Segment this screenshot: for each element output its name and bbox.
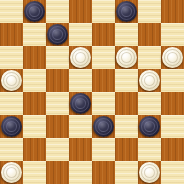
- square-e5[interactable]: [92, 69, 115, 92]
- square-c5[interactable]: [46, 69, 69, 92]
- black-man-b8[interactable]: ⛂: [24, 1, 45, 22]
- square-c6: [46, 46, 69, 69]
- black-man-g3[interactable]: ⛂: [139, 116, 160, 137]
- square-a3[interactable]: ⛂: [0, 115, 23, 138]
- square-c4: [46, 92, 69, 115]
- square-g8: [138, 0, 161, 23]
- square-b2[interactable]: [23, 138, 46, 161]
- square-b4[interactable]: [23, 92, 46, 115]
- square-e6: [92, 46, 115, 69]
- white-man-glyph: ⛀: [116, 47, 117, 48]
- square-d2[interactable]: [69, 138, 92, 161]
- square-g6: [138, 46, 161, 69]
- checkers-board: ⛂⛂⛂⛀⛀⛀⛀⛀⛂⛂⛂⛂⛀⛀: [0, 0, 184, 184]
- square-c8: [46, 0, 69, 23]
- white-man-g5[interactable]: ⛀: [139, 70, 160, 91]
- square-h5: [161, 69, 184, 92]
- square-e3[interactable]: ⛂: [92, 115, 115, 138]
- square-f5: [115, 69, 138, 92]
- white-man-h6[interactable]: ⛀: [162, 47, 183, 68]
- square-h7: [161, 23, 184, 46]
- white-man-glyph: ⛀: [139, 70, 140, 71]
- square-e4: [92, 92, 115, 115]
- square-a5[interactable]: ⛀: [0, 69, 23, 92]
- square-d4[interactable]: ⛂: [69, 92, 92, 115]
- square-g2: [138, 138, 161, 161]
- square-h8[interactable]: [161, 0, 184, 23]
- white-man-a1[interactable]: ⛀: [1, 162, 22, 183]
- white-man-a5[interactable]: ⛀: [1, 70, 22, 91]
- square-f6[interactable]: ⛀: [115, 46, 138, 69]
- square-d6[interactable]: ⛀: [69, 46, 92, 69]
- square-c2: [46, 138, 69, 161]
- square-a2: [0, 138, 23, 161]
- square-c1[interactable]: [46, 161, 69, 184]
- square-b7: [23, 23, 46, 46]
- square-d5: [69, 69, 92, 92]
- white-man-glyph: ⛀: [1, 70, 2, 71]
- square-g1[interactable]: ⛀: [138, 161, 161, 184]
- black-man-f8[interactable]: ⛂: [116, 1, 137, 22]
- square-f8[interactable]: ⛂: [115, 0, 138, 23]
- black-man-glyph: ⛂: [70, 93, 71, 94]
- white-man-g1[interactable]: ⛀: [139, 162, 160, 183]
- square-b1: [23, 161, 46, 184]
- square-f3: [115, 115, 138, 138]
- white-man-f6[interactable]: ⛀: [116, 47, 137, 68]
- square-f2[interactable]: [115, 138, 138, 161]
- black-man-glyph: ⛂: [24, 1, 25, 2]
- square-e1[interactable]: [92, 161, 115, 184]
- square-c3[interactable]: [46, 115, 69, 138]
- black-man-a3[interactable]: ⛂: [1, 116, 22, 137]
- square-d3: [69, 115, 92, 138]
- square-g3[interactable]: ⛂: [138, 115, 161, 138]
- square-b5: [23, 69, 46, 92]
- black-man-glyph: ⛂: [1, 116, 2, 117]
- square-d7: [69, 23, 92, 46]
- square-d8[interactable]: [69, 0, 92, 23]
- square-a7[interactable]: [0, 23, 23, 46]
- square-e8: [92, 0, 115, 23]
- white-man-glyph: ⛀: [139, 162, 140, 163]
- square-c7[interactable]: ⛂: [46, 23, 69, 46]
- square-h3: [161, 115, 184, 138]
- white-man-glyph: ⛀: [70, 47, 71, 48]
- square-a1[interactable]: ⛀: [0, 161, 23, 184]
- white-man-glyph: ⛀: [1, 162, 2, 163]
- black-man-glyph: ⛂: [47, 24, 48, 25]
- square-a6: [0, 46, 23, 69]
- square-b3: [23, 115, 46, 138]
- square-h1: [161, 161, 184, 184]
- black-man-e3[interactable]: ⛂: [93, 116, 114, 137]
- black-man-c7[interactable]: ⛂: [47, 24, 68, 45]
- black-man-d4[interactable]: ⛂: [70, 93, 91, 114]
- white-man-glyph: ⛀: [162, 47, 163, 48]
- square-d1: [69, 161, 92, 184]
- square-h6[interactable]: ⛀: [161, 46, 184, 69]
- square-b8[interactable]: ⛂: [23, 0, 46, 23]
- square-e7[interactable]: [92, 23, 115, 46]
- square-a4: [0, 92, 23, 115]
- square-h2[interactable]: [161, 138, 184, 161]
- black-man-glyph: ⛂: [139, 116, 140, 117]
- square-a8: [0, 0, 23, 23]
- square-g5[interactable]: ⛀: [138, 69, 161, 92]
- square-f4[interactable]: [115, 92, 138, 115]
- square-g4: [138, 92, 161, 115]
- square-g7[interactable]: [138, 23, 161, 46]
- black-man-glyph: ⛂: [93, 116, 94, 117]
- white-man-d6[interactable]: ⛀: [70, 47, 91, 68]
- square-h4[interactable]: [161, 92, 184, 115]
- square-e2: [92, 138, 115, 161]
- black-man-glyph: ⛂: [116, 1, 117, 2]
- square-f7: [115, 23, 138, 46]
- square-f1: [115, 161, 138, 184]
- square-b6[interactable]: [23, 46, 46, 69]
